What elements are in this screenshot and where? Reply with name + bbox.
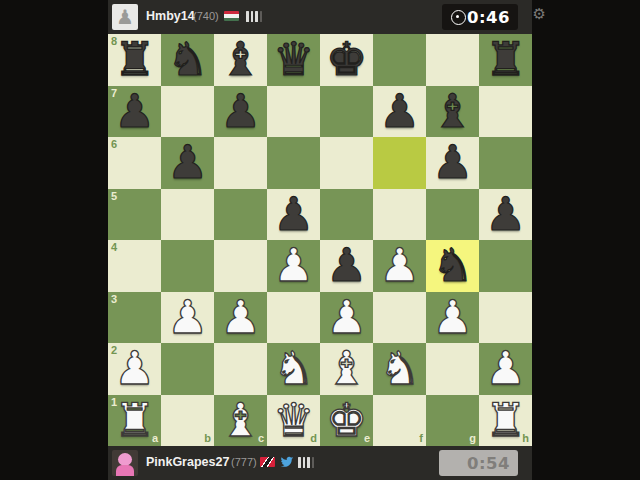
square-c2[interactable] xyxy=(214,343,267,395)
piece-black-knight[interactable]: ♞ xyxy=(426,240,479,290)
square-e1[interactable]: e♚ xyxy=(320,395,373,447)
square-g7[interactable]: ♝ xyxy=(426,86,479,138)
top-player-avatar[interactable]: ♟ xyxy=(112,4,138,30)
file-label-e: e xyxy=(364,433,370,444)
timer-icon xyxy=(451,10,466,25)
top-player-rating: (740) xyxy=(193,10,219,22)
square-a6[interactable]: 6 xyxy=(108,137,161,189)
square-a2[interactable]: 2♟ xyxy=(108,343,161,395)
square-g5[interactable] xyxy=(426,189,479,241)
square-d2[interactable]: ♞ xyxy=(267,343,320,395)
square-b6[interactable]: ♟ xyxy=(161,137,214,189)
square-d1[interactable]: d♛ xyxy=(267,395,320,447)
connection-bars-icon xyxy=(246,11,262,22)
rank-label-8: 8 xyxy=(111,36,117,47)
top-player-clock: 0:46 xyxy=(442,4,518,30)
top-player-name[interactable]: Hmby14 xyxy=(146,9,195,23)
rank-label-7: 7 xyxy=(111,88,117,99)
square-h4[interactable] xyxy=(479,240,532,292)
square-b5[interactable] xyxy=(161,189,214,241)
piece-white-pawn[interactable]: ♟ xyxy=(373,240,426,290)
square-d7[interactable] xyxy=(267,86,320,138)
square-e8[interactable]: ♚ xyxy=(320,34,373,86)
piece-black-pawn[interactable]: ♟ xyxy=(426,137,479,187)
top-clock-time: 0:46 xyxy=(466,8,518,27)
square-d4[interactable]: ♟ xyxy=(267,240,320,292)
square-e4[interactable]: ♟ xyxy=(320,240,373,292)
square-g2[interactable] xyxy=(426,343,479,395)
bottom-player-bar: PinkGrapes27 (777) 0:54 xyxy=(108,446,532,480)
square-h6[interactable] xyxy=(479,137,532,189)
square-a4[interactable]: 4 xyxy=(108,240,161,292)
square-g6[interactable]: ♟ xyxy=(426,137,479,189)
square-b3[interactable]: ♟ xyxy=(161,292,214,344)
bottom-player-avatar[interactable] xyxy=(112,450,138,476)
square-b4[interactable] xyxy=(161,240,214,292)
rank-label-2: 2 xyxy=(111,345,117,356)
square-a5[interactable]: 5 xyxy=(108,189,161,241)
connection-bars-icon xyxy=(298,457,314,468)
rank-label-5: 5 xyxy=(111,191,117,202)
square-f5[interactable] xyxy=(373,189,426,241)
square-a1[interactable]: 1a♜ xyxy=(108,395,161,447)
square-d5[interactable]: ♟ xyxy=(267,189,320,241)
rank-label-6: 6 xyxy=(111,139,117,150)
square-b2[interactable] xyxy=(161,343,214,395)
square-h3[interactable] xyxy=(479,292,532,344)
bottom-player-clock: 0:54 xyxy=(439,450,518,476)
square-e6[interactable] xyxy=(320,137,373,189)
square-b1[interactable]: b xyxy=(161,395,214,447)
piece-black-rook[interactable]: ♜ xyxy=(479,34,532,84)
square-g1[interactable]: g xyxy=(426,395,479,447)
square-h7[interactable] xyxy=(479,86,532,138)
square-b8[interactable]: ♞ xyxy=(161,34,214,86)
video-frame: ♟ Hmby14 (740) 0:46 ⚙ 8♜♞♝♛♚♜7♟♟♟♝6♟♟5♟♟… xyxy=(0,0,640,480)
square-f8[interactable] xyxy=(373,34,426,86)
square-f1[interactable]: f xyxy=(373,395,426,447)
top-player-bar: ♟ Hmby14 (740) 0:46 ⚙ xyxy=(108,0,532,34)
piece-black-pawn[interactable]: ♟ xyxy=(161,137,214,187)
piece-white-knight[interactable]: ♞ xyxy=(373,343,426,393)
square-f6[interactable] xyxy=(373,137,426,189)
piece-black-pawn[interactable]: ♟ xyxy=(373,86,426,136)
piece-black-king[interactable]: ♚ xyxy=(320,34,373,84)
gear-icon[interactable]: ⚙ xyxy=(533,7,546,22)
rank-label-3: 3 xyxy=(111,294,117,305)
bottom-player-rating: (777) xyxy=(231,456,257,468)
trinidad-tobago-flag-icon xyxy=(260,457,275,467)
piece-white-pawn[interactable]: ♟ xyxy=(214,292,267,342)
square-f3[interactable] xyxy=(373,292,426,344)
piece-black-queen[interactable]: ♛ xyxy=(267,34,320,84)
pawn-avatar-icon: ♟ xyxy=(112,4,138,30)
square-e7[interactable] xyxy=(320,86,373,138)
piece-black-knight[interactable]: ♞ xyxy=(161,34,214,84)
square-g4[interactable]: ♞ xyxy=(426,240,479,292)
file-label-b: b xyxy=(204,433,211,444)
piece-black-bishop[interactable]: ♝ xyxy=(426,86,479,136)
piece-white-pawn[interactable]: ♟ xyxy=(479,343,532,393)
bottom-clock-time: 0:54 xyxy=(439,454,518,473)
piece-black-pawn[interactable]: ♟ xyxy=(267,189,320,239)
square-h8[interactable]: ♜ xyxy=(479,34,532,86)
square-a7[interactable]: 7♟ xyxy=(108,86,161,138)
piece-white-pawn[interactable]: ♟ xyxy=(426,292,479,342)
piece-white-knight[interactable]: ♞ xyxy=(267,343,320,393)
square-c1[interactable]: c♝ xyxy=(214,395,267,447)
square-h1[interactable]: h♜ xyxy=(479,395,532,447)
file-label-d: d xyxy=(310,433,317,444)
square-c4[interactable] xyxy=(214,240,267,292)
piece-white-pawn[interactable]: ♟ xyxy=(267,240,320,290)
square-c3[interactable]: ♟ xyxy=(214,292,267,344)
square-c8[interactable]: ♝ xyxy=(214,34,267,86)
square-d3[interactable] xyxy=(267,292,320,344)
square-b7[interactable] xyxy=(161,86,214,138)
piece-white-bishop[interactable]: ♝ xyxy=(320,343,373,393)
rank-label-1: 1 xyxy=(111,397,117,408)
piece-black-pawn[interactable]: ♟ xyxy=(479,189,532,239)
file-label-f: f xyxy=(419,433,423,444)
piece-black-bishop[interactable]: ♝ xyxy=(214,34,267,84)
bottom-player-name[interactable]: PinkGrapes27 xyxy=(146,455,229,469)
square-c5[interactable] xyxy=(214,189,267,241)
piece-white-pawn[interactable]: ♟ xyxy=(320,292,373,342)
piece-white-pawn[interactable]: ♟ xyxy=(161,292,214,342)
square-f4[interactable]: ♟ xyxy=(373,240,426,292)
square-h5[interactable]: ♟ xyxy=(479,189,532,241)
chess-board: 8♜♞♝♛♚♜7♟♟♟♝6♟♟5♟♟4♟♟♟♞3♟♟♟♟2♟♞♝♞♟1a♜bc♝… xyxy=(108,34,532,446)
square-f7[interactable]: ♟ xyxy=(373,86,426,138)
square-e3[interactable]: ♟ xyxy=(320,292,373,344)
square-d8[interactable]: ♛ xyxy=(267,34,320,86)
square-d6[interactable] xyxy=(267,137,320,189)
square-c7[interactable]: ♟ xyxy=(214,86,267,138)
file-label-a: a xyxy=(152,433,158,444)
square-c6[interactable] xyxy=(214,137,267,189)
file-label-g: g xyxy=(469,433,476,444)
streamer-bird-icon xyxy=(280,456,294,468)
square-e2[interactable]: ♝ xyxy=(320,343,373,395)
piece-black-pawn[interactable]: ♟ xyxy=(214,86,267,136)
square-e5[interactable] xyxy=(320,189,373,241)
file-label-c: c xyxy=(258,433,264,444)
square-a3[interactable]: 3 xyxy=(108,292,161,344)
square-g3[interactable]: ♟ xyxy=(426,292,479,344)
square-g8[interactable] xyxy=(426,34,479,86)
game-panel: ♟ Hmby14 (740) 0:46 ⚙ 8♜♞♝♛♚♜7♟♟♟♝6♟♟5♟♟… xyxy=(108,0,532,480)
hungary-flag-icon xyxy=(224,11,239,21)
file-label-h: h xyxy=(522,433,529,444)
square-f2[interactable]: ♞ xyxy=(373,343,426,395)
square-h2[interactable]: ♟ xyxy=(479,343,532,395)
piece-black-pawn[interactable]: ♟ xyxy=(320,240,373,290)
rank-label-4: 4 xyxy=(111,242,117,253)
square-a8[interactable]: 8♜ xyxy=(108,34,161,86)
